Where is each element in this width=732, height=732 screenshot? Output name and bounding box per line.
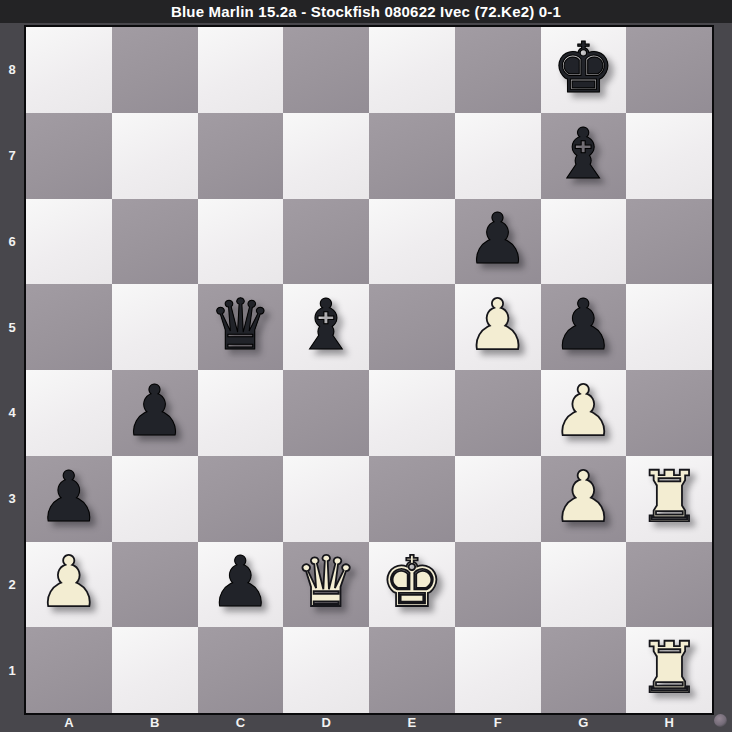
square-a6[interactable] [26,199,112,285]
rank-label-1: 1 [0,627,24,713]
square-e6[interactable] [369,199,455,285]
square-d3[interactable] [283,456,369,542]
rank-label-4: 4 [0,370,24,456]
square-f7[interactable] [455,113,541,199]
square-f2[interactable] [455,542,541,628]
piece-white-pawn[interactable]: ♟ [552,376,615,446]
square-d4[interactable] [283,370,369,456]
file-label-a: A [26,714,112,731]
square-d8[interactable] [283,27,369,113]
piece-black-king[interactable]: ♚ [552,33,615,103]
square-f5[interactable]: ♟ [455,284,541,370]
square-h5[interactable] [626,284,712,370]
square-d2[interactable]: ♛ [283,542,369,628]
square-a2[interactable]: ♟ [26,542,112,628]
square-c3[interactable] [198,456,284,542]
square-a7[interactable] [26,113,112,199]
chess-board: ♚♝♟♛♝♟♟♟♟♟♟♜♟♟♛♚♜ [24,25,714,715]
square-c8[interactable] [198,27,284,113]
square-e7[interactable] [369,113,455,199]
file-label-b: B [112,714,198,731]
square-c4[interactable] [198,370,284,456]
square-g3[interactable]: ♟ [541,456,627,542]
square-a3[interactable]: ♟ [26,456,112,542]
square-d7[interactable] [283,113,369,199]
square-e4[interactable] [369,370,455,456]
square-d6[interactable] [283,199,369,285]
square-b1[interactable] [112,627,198,713]
square-c5[interactable]: ♛ [198,284,284,370]
square-g2[interactable] [541,542,627,628]
piece-white-pawn[interactable]: ♟ [466,290,529,360]
piece-white-queen[interactable]: ♛ [295,547,358,617]
square-h1[interactable]: ♜ [626,627,712,713]
square-f6[interactable]: ♟ [455,199,541,285]
square-g1[interactable] [541,627,627,713]
rank-label-7: 7 [0,113,24,199]
square-h4[interactable] [626,370,712,456]
square-c6[interactable] [198,199,284,285]
piece-black-bishop[interactable]: ♝ [295,290,358,360]
square-a5[interactable] [26,284,112,370]
piece-black-pawn[interactable]: ♟ [552,290,615,360]
piece-black-pawn[interactable]: ♟ [209,547,272,617]
piece-black-queen[interactable]: ♛ [209,290,272,360]
piece-white-rook[interactable]: ♜ [638,633,701,703]
file-label-c: C [198,714,284,731]
square-e2[interactable]: ♚ [369,542,455,628]
piece-white-pawn[interactable]: ♟ [37,547,100,617]
rank-label-2: 2 [0,542,24,628]
rank-label-5: 5 [0,284,24,370]
square-g4[interactable]: ♟ [541,370,627,456]
file-label-d: D [283,714,369,731]
piece-black-pawn[interactable]: ♟ [37,462,100,532]
square-g7[interactable]: ♝ [541,113,627,199]
square-g6[interactable] [541,199,627,285]
square-b3[interactable] [112,456,198,542]
rank-label-8: 8 [0,27,24,113]
square-b5[interactable] [112,284,198,370]
square-e1[interactable] [369,627,455,713]
square-e5[interactable] [369,284,455,370]
title-bar: Blue Marlin 15.2a - Stockfish 080622 Ive… [0,0,732,23]
file-labels: ABCDEFGH [26,714,712,731]
piece-black-pawn[interactable]: ♟ [123,376,186,446]
square-g5[interactable]: ♟ [541,284,627,370]
file-label-e: E [369,714,455,731]
square-b4[interactable]: ♟ [112,370,198,456]
square-b6[interactable] [112,199,198,285]
square-h3[interactable]: ♜ [626,456,712,542]
square-h2[interactable] [626,542,712,628]
file-label-h: H [626,714,712,731]
chess-app-window: Blue Marlin 15.2a - Stockfish 080622 Ive… [0,0,732,732]
square-h8[interactable] [626,27,712,113]
rank-label-3: 3 [0,456,24,542]
square-c7[interactable] [198,113,284,199]
square-a8[interactable] [26,27,112,113]
square-c2[interactable]: ♟ [198,542,284,628]
square-f1[interactable] [455,627,541,713]
rank-labels: 87654321 [0,27,24,713]
piece-black-bishop[interactable]: ♝ [552,119,615,189]
piece-white-king[interactable]: ♚ [380,547,443,617]
square-b8[interactable] [112,27,198,113]
square-e3[interactable] [369,456,455,542]
square-e8[interactable] [369,27,455,113]
square-a1[interactable] [26,627,112,713]
square-f8[interactable] [455,27,541,113]
game-title: Blue Marlin 15.2a - Stockfish 080622 Ive… [171,3,561,20]
rank-label-6: 6 [0,199,24,285]
square-f3[interactable] [455,456,541,542]
square-b7[interactable] [112,113,198,199]
file-label-f: F [455,714,541,731]
square-g8[interactable]: ♚ [541,27,627,113]
square-f4[interactable] [455,370,541,456]
square-h7[interactable] [626,113,712,199]
square-c1[interactable] [198,627,284,713]
file-label-g: G [541,714,627,731]
piece-white-rook[interactable]: ♜ [638,462,701,532]
square-d1[interactable] [283,627,369,713]
piece-black-pawn[interactable]: ♟ [466,204,529,274]
piece-white-pawn[interactable]: ♟ [552,462,615,532]
square-a4[interactable] [26,370,112,456]
square-b2[interactable] [112,542,198,628]
square-d5[interactable]: ♝ [283,284,369,370]
square-h6[interactable] [626,199,712,285]
corner-decoration-dot [714,714,727,727]
